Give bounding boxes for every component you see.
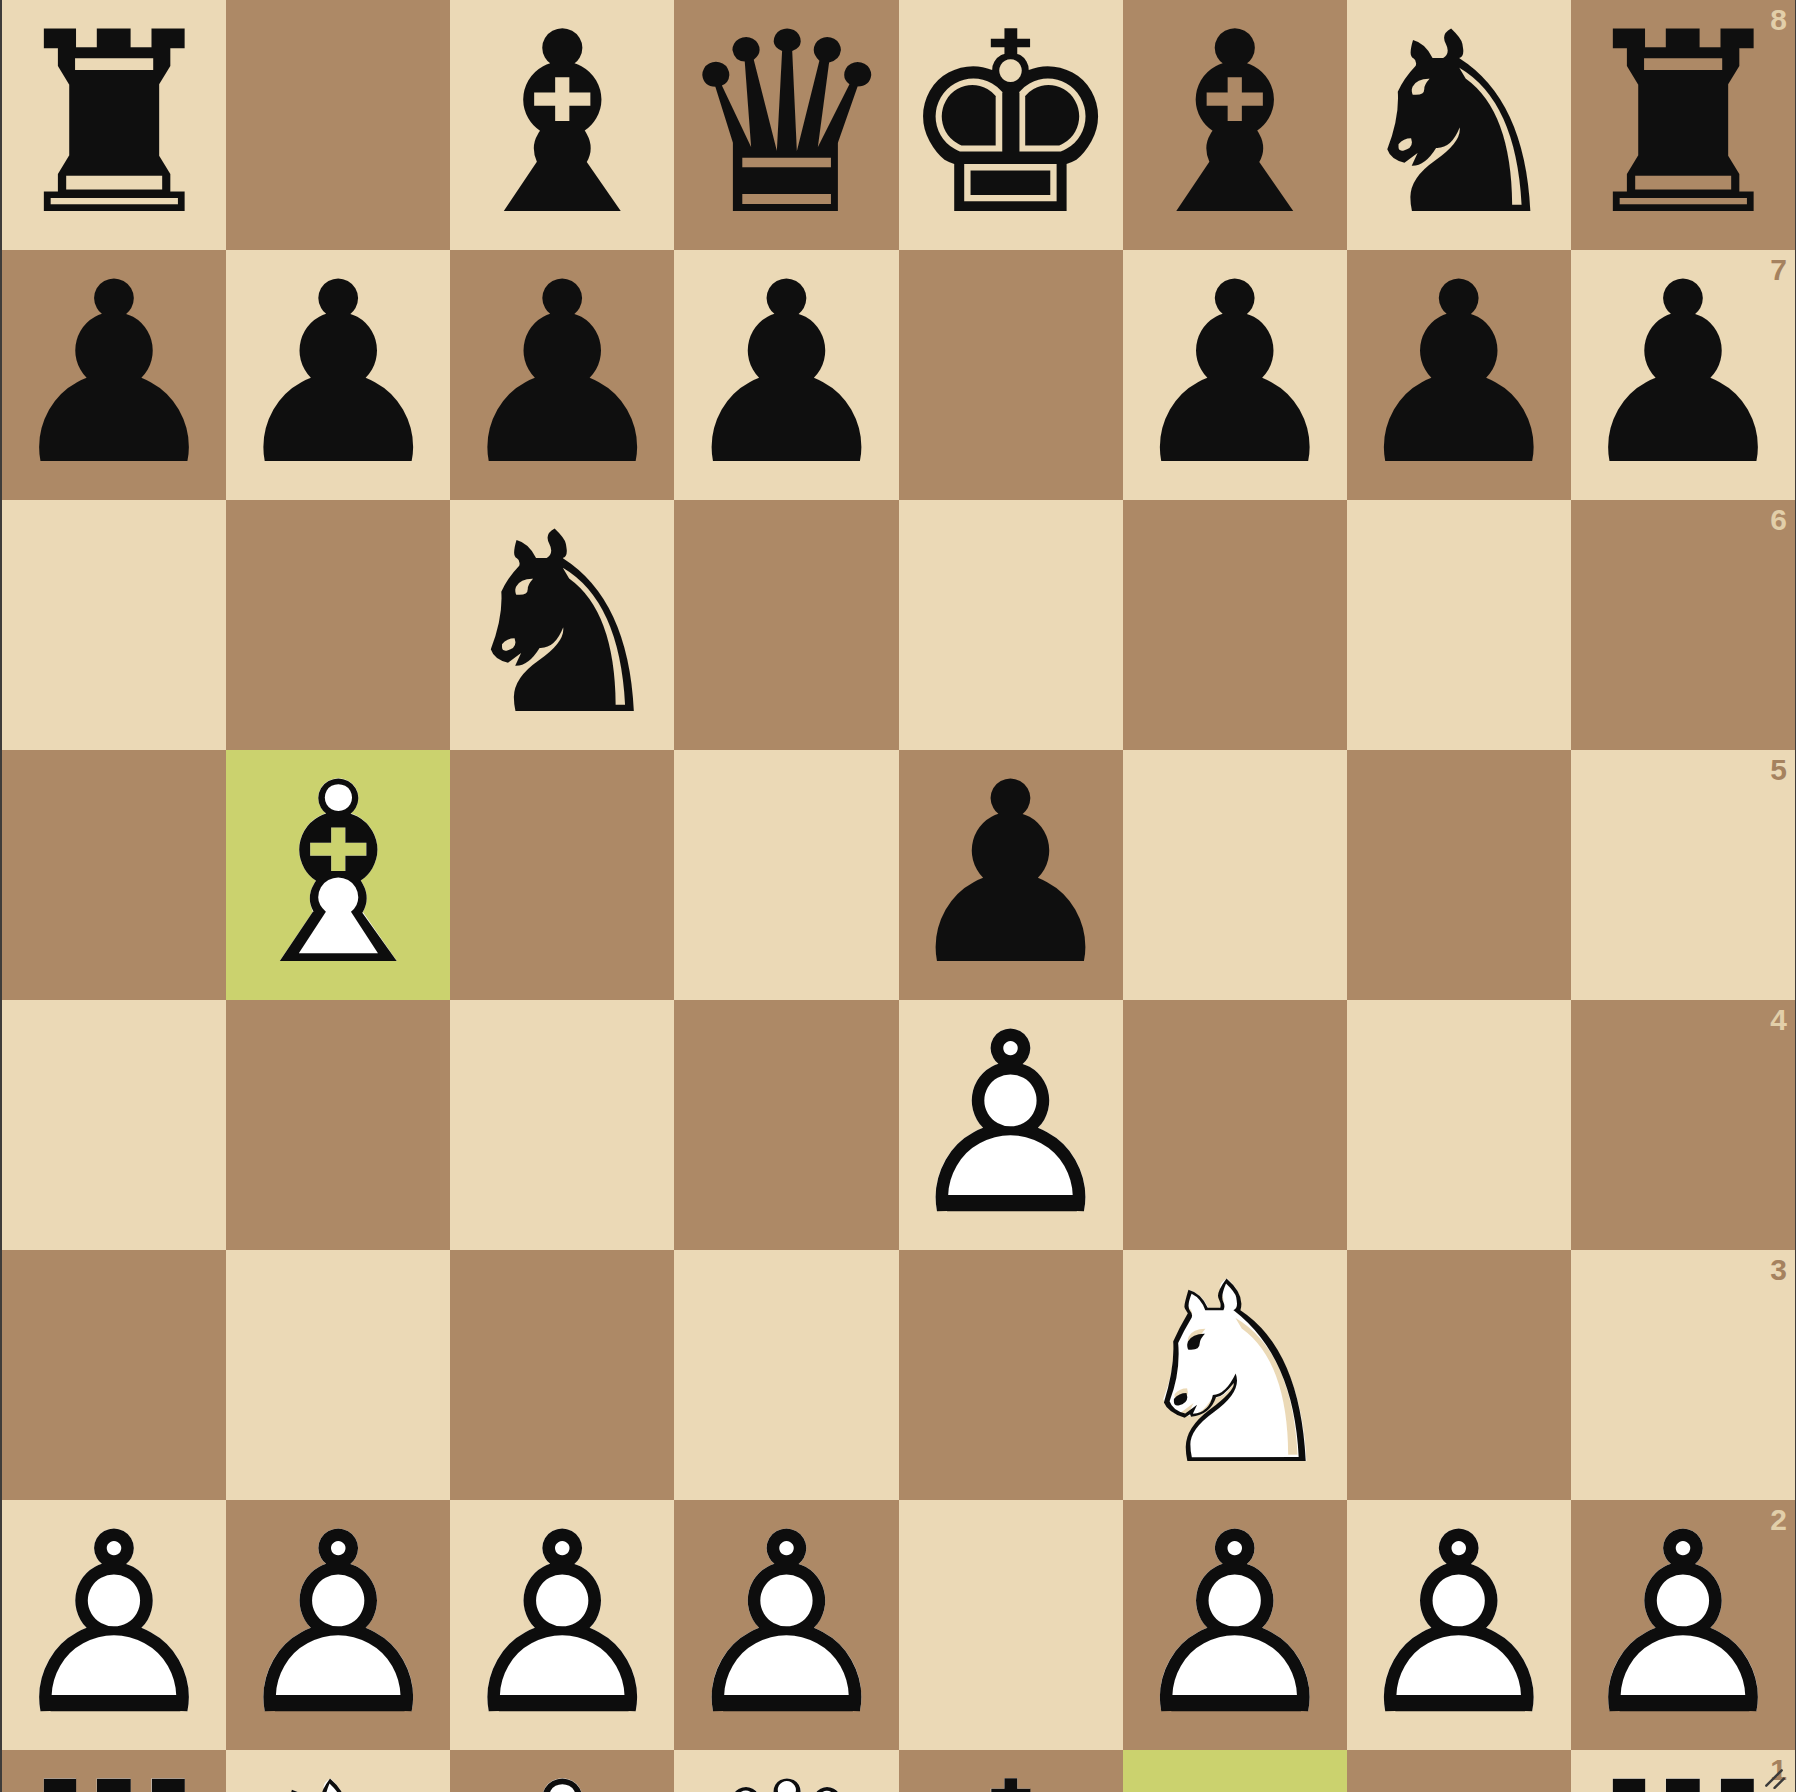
white-king-piece[interactable]: ♚♔ — [899, 1750, 1123, 1792]
white-pawn-piece[interactable]: ♟♙ — [1347, 1500, 1571, 1750]
square-f7[interactable]: ♟ — [1123, 250, 1347, 500]
black-pawn-piece[interactable]: ♟ — [226, 250, 450, 500]
square-f6[interactable] — [1123, 500, 1347, 750]
square-e8[interactable]: ♚ — [899, 0, 1123, 250]
square-g2[interactable]: ♟♙ — [1347, 1500, 1571, 1750]
black-king-piece[interactable]: ♚ — [899, 0, 1123, 250]
square-e6[interactable] — [899, 500, 1123, 750]
square-f8[interactable]: ♝ — [1123, 0, 1347, 250]
white-piece-outline-layer: ♗ — [450, 1729, 674, 1792]
square-h1[interactable]: ♜♖1h — [1571, 1750, 1795, 1792]
square-b4[interactable] — [226, 1000, 450, 1250]
white-piece-outline-layer: ♙ — [1571, 1479, 1795, 1770]
square-a3[interactable] — [2, 1250, 226, 1500]
square-a8[interactable]: ♜ — [2, 0, 226, 250]
rank-label-4: 4 — [1770, 1005, 1787, 1035]
white-rook-piece[interactable]: ♜♖ — [1571, 1750, 1795, 1792]
black-bishop-piece[interactable]: ♝ — [450, 0, 674, 250]
black-pawn-piece[interactable]: ♟ — [450, 250, 674, 500]
square-f4[interactable] — [1123, 1000, 1347, 1250]
square-e2[interactable] — [899, 1500, 1123, 1750]
square-b6[interactable] — [226, 500, 450, 750]
square-a2[interactable]: ♟♙ — [2, 1500, 226, 1750]
square-d5[interactable] — [674, 750, 898, 1000]
white-knight-piece[interactable]: ♞♘ — [226, 1750, 450, 1792]
white-knight-piece[interactable]: ♞♘ — [1123, 1250, 1347, 1500]
black-queen-piece[interactable]: ♛ — [674, 0, 898, 250]
board-resize-handle-icon[interactable] — [1763, 1767, 1785, 1789]
white-pawn-piece[interactable]: ♟♙ — [226, 1500, 450, 1750]
square-f5[interactable] — [1123, 750, 1347, 1000]
white-piece-outline-layer: ♘ — [226, 1729, 450, 1792]
rank-label-5: 5 — [1770, 755, 1787, 785]
square-d8[interactable]: ♛ — [674, 0, 898, 250]
square-h4[interactable]: 4 — [1571, 1000, 1795, 1250]
square-c6[interactable]: ♞ — [450, 500, 674, 750]
white-piece-outline-layer: ♗ — [226, 729, 450, 1020]
square-d7[interactable]: ♟ — [674, 250, 898, 500]
black-pawn-piece[interactable]: ♟ — [674, 250, 898, 500]
square-a1[interactable]: ♜♖a — [2, 1750, 226, 1792]
square-b1[interactable]: ♞♘b — [226, 1750, 450, 1792]
square-e4[interactable]: ♟♙ — [899, 1000, 1123, 1250]
square-c2[interactable]: ♟♙ — [450, 1500, 674, 1750]
square-h6[interactable]: 6 — [1571, 500, 1795, 750]
square-f2[interactable]: ♟♙ — [1123, 1500, 1347, 1750]
white-rook-piece[interactable]: ♜♖ — [2, 1750, 226, 1792]
square-e3[interactable] — [899, 1250, 1123, 1500]
black-pawn-piece[interactable]: ♟ — [1123, 250, 1347, 500]
white-piece-outline-layer: ♙ — [2, 1479, 226, 1770]
white-pawn-piece[interactable]: ♟♙ — [450, 1500, 674, 1750]
square-c5[interactable] — [450, 750, 674, 1000]
square-b7[interactable]: ♟ — [226, 250, 450, 500]
rank-label-3: 3 — [1770, 1255, 1787, 1285]
white-piece-outline-layer: ♕ — [674, 1729, 898, 1792]
square-g4[interactable] — [1347, 1000, 1571, 1250]
square-c4[interactable] — [450, 1000, 674, 1250]
square-h3[interactable]: 3 — [1571, 1250, 1795, 1500]
black-knight-piece[interactable]: ♞ — [1347, 0, 1571, 250]
white-piece-outline-layer: ♙ — [899, 979, 1123, 1270]
white-pawn-piece[interactable]: ♟♙ — [1123, 1500, 1347, 1750]
black-pawn-piece[interactable]: ♟ — [1347, 250, 1571, 500]
square-e5[interactable]: ♟ — [899, 750, 1123, 1000]
square-b3[interactable] — [226, 1250, 450, 1500]
square-d3[interactable] — [674, 1250, 898, 1500]
square-h5[interactable]: 5 — [1571, 750, 1795, 1000]
white-piece-outline-layer: ♙ — [1123, 1479, 1347, 1770]
chess-board: ♜♝♛♚♝♞♜8♟♟♟♟♟♟♟7♞6♝♗♟5♟♙4♞♘3♟♙♟♙♟♙♟♙♟♙♟♙… — [2, 0, 1788, 1792]
square-a6[interactable] — [2, 500, 226, 750]
black-bishop-piece[interactable]: ♝ — [1123, 0, 1347, 250]
square-g3[interactable] — [1347, 1250, 1571, 1500]
square-g7[interactable]: ♟ — [1347, 250, 1571, 500]
square-f3[interactable]: ♞♘ — [1123, 1250, 1347, 1500]
square-d2[interactable]: ♟♙ — [674, 1500, 898, 1750]
white-piece-outline-layer: ♖ — [1571, 1729, 1795, 1792]
white-pawn-piece[interactable]: ♟♙ — [2, 1500, 226, 1750]
black-rook-piece[interactable]: ♜ — [2, 0, 226, 250]
square-d1[interactable]: ♛♕d — [674, 1750, 898, 1792]
square-g8[interactable]: ♞ — [1347, 0, 1571, 250]
rank-label-6: 6 — [1770, 505, 1787, 535]
square-h2[interactable]: ♟♙2 — [1571, 1500, 1795, 1750]
white-piece-outline-layer: ♙ — [450, 1479, 674, 1770]
square-g5[interactable] — [1347, 750, 1571, 1000]
square-h7[interactable]: ♟7 — [1571, 250, 1795, 500]
square-d4[interactable] — [674, 1000, 898, 1250]
white-piece-outline-layer: ♙ — [1347, 1479, 1571, 1770]
square-c7[interactable]: ♟ — [450, 250, 674, 500]
black-pawn-piece[interactable]: ♟ — [899, 750, 1123, 1000]
black-rook-piece[interactable]: ♜ — [1571, 0, 1795, 250]
white-piece-outline-layer: ♔ — [899, 1729, 1123, 1792]
square-h8[interactable]: ♜8 — [1571, 0, 1795, 250]
white-piece-outline-layer: ♘ — [1123, 1229, 1347, 1520]
square-a4[interactable] — [2, 1000, 226, 1250]
black-pawn-piece[interactable]: ♟ — [2, 250, 226, 500]
square-a7[interactable]: ♟ — [2, 250, 226, 500]
black-knight-piece[interactable]: ♞ — [450, 500, 674, 750]
square-c8[interactable]: ♝ — [450, 0, 674, 250]
white-piece-outline-layer: ♖ — [2, 1729, 226, 1792]
white-pawn-piece[interactable]: ♟♙ — [1571, 1500, 1795, 1750]
white-bishop-piece[interactable]: ♝♗ — [450, 1750, 674, 1792]
black-pawn-piece[interactable]: ♟ — [1571, 250, 1795, 500]
white-piece-outline-layer: ♙ — [674, 1479, 898, 1770]
square-b5[interactable]: ♝♗ — [226, 750, 450, 1000]
square-d6[interactable] — [674, 500, 898, 750]
square-b2[interactable]: ♟♙ — [226, 1500, 450, 1750]
square-g6[interactable] — [1347, 500, 1571, 750]
square-e7[interactable] — [899, 250, 1123, 500]
white-piece-outline-layer: ♙ — [226, 1479, 450, 1770]
square-c3[interactable] — [450, 1250, 674, 1500]
square-b8[interactable] — [226, 0, 450, 250]
white-bishop-piece[interactable]: ♝♗ — [226, 750, 450, 1000]
square-a5[interactable] — [2, 750, 226, 1000]
white-pawn-piece[interactable]: ♟♙ — [674, 1500, 898, 1750]
square-e1[interactable]: ♚♔e — [899, 1750, 1123, 1792]
white-pawn-piece[interactable]: ♟♙ — [899, 1000, 1123, 1250]
white-queen-piece[interactable]: ♛♕ — [674, 1750, 898, 1792]
square-c1[interactable]: ♝♗c — [450, 1750, 674, 1792]
